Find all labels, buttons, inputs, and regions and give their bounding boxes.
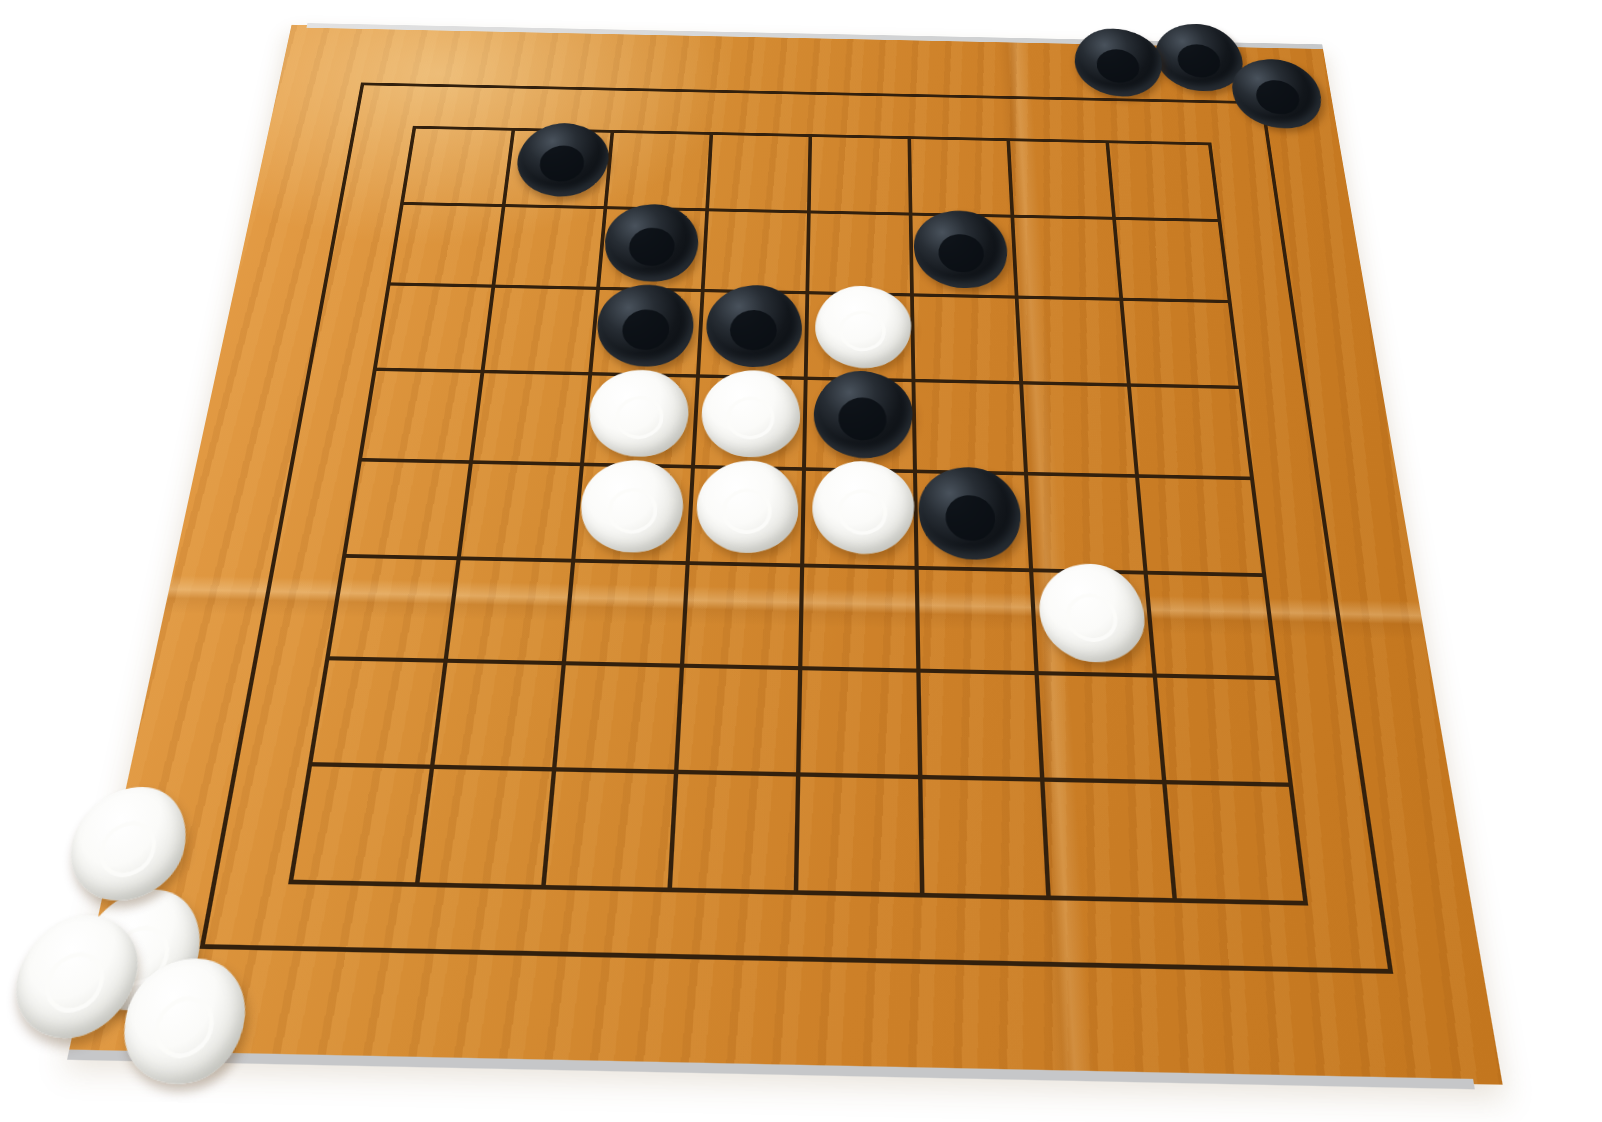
white-stone[interactable]: ○ — [588, 367, 690, 461]
board-cell-2-3[interactable] — [484, 288, 600, 376]
board-cell-4-6[interactable] — [684, 565, 804, 670]
board-cell-5-3[interactable]: ○ — [808, 294, 916, 382]
board-sheet: ●●●●●○○○●○○○●○ ●●●○○○○ — [68, 25, 1503, 1085]
board-cell-2-4[interactable] — [473, 373, 592, 466]
black-stone[interactable]: ● — [603, 202, 700, 285]
board-cell-6-4[interactable] — [915, 382, 1028, 475]
board-cell-3-3[interactable]: ● — [592, 290, 704, 378]
white-stone[interactable]: ○ — [694, 460, 799, 554]
black-stone[interactable]: ● — [909, 208, 1013, 291]
black-stone[interactable]: ● — [508, 119, 615, 202]
board-cell-8-2[interactable] — [1116, 220, 1228, 303]
board-cell-4-3[interactable]: ● — [700, 292, 809, 380]
board-cell-1-1[interactable] — [404, 129, 515, 207]
board-cell-3-5[interactable]: ○ — [575, 466, 695, 565]
board-cell-7-8[interactable] — [1045, 782, 1177, 898]
black-stone[interactable]: ● — [704, 284, 802, 368]
board-cell-7-4[interactable] — [1023, 385, 1139, 478]
board-cell-1-5[interactable] — [346, 462, 473, 561]
board-cell-5-7[interactable] — [800, 670, 922, 779]
board-cell-2-2[interactable] — [495, 207, 607, 290]
black-stone[interactable]: ● — [913, 464, 1027, 564]
board-cell-8-3[interactable] — [1123, 301, 1238, 389]
board-cell-7-7[interactable] — [1039, 675, 1167, 784]
board-cell-1-8[interactable] — [293, 766, 434, 882]
board-cell-2-7[interactable] — [434, 663, 566, 772]
board-cell-1-7[interactable] — [312, 660, 448, 769]
board-cell-7-6[interactable]: ○ — [1033, 572, 1157, 677]
board-cell-5-4[interactable]: ● — [806, 380, 917, 473]
board-cell-8-6[interactable] — [1148, 575, 1276, 681]
board-cell-8-1[interactable] — [1109, 143, 1218, 222]
board-cell-3-4[interactable]: ○ — [584, 375, 700, 468]
board-cell-2-1[interactable]: ● — [505, 131, 614, 209]
board-cell-4-7[interactable] — [678, 668, 802, 777]
board-cell-4-2[interactable] — [704, 211, 810, 294]
board-cell-4-4[interactable]: ○ — [695, 378, 808, 471]
board-cell-5-8[interactable] — [798, 777, 924, 893]
board-cell-3-8[interactable] — [546, 772, 678, 888]
board-cell-7-5[interactable] — [1028, 476, 1148, 575]
board-cell-5-6[interactable] — [802, 567, 920, 672]
board-cell-4-5[interactable]: ○ — [690, 469, 806, 568]
board-cell-6-2[interactable]: ● — [912, 216, 1018, 299]
board-cell-3-7[interactable] — [556, 665, 684, 774]
photo-canvas: ●●●●●○○○●○○○●○ ●●●○○○○ — [0, 0, 1602, 1122]
board-cell-6-8[interactable] — [922, 779, 1050, 895]
board-cell-2-8[interactable] — [420, 769, 556, 885]
board-cell-8-7[interactable] — [1157, 678, 1289, 787]
board-cell-8-8[interactable] — [1167, 784, 1303, 900]
board-cell-1-2[interactable] — [390, 205, 505, 288]
board-cell-6-3[interactable] — [914, 297, 1023, 385]
board-cell-8-5[interactable] — [1139, 478, 1262, 577]
board-cell-3-2[interactable]: ● — [600, 209, 709, 292]
white-stone[interactable]: ○ — [1036, 563, 1147, 664]
board-cell-5-2[interactable] — [809, 213, 914, 296]
black-stone[interactable]: ● — [596, 282, 696, 370]
board-cell-6-5[interactable]: ● — [917, 473, 1033, 572]
board-cell-2-6[interactable] — [447, 560, 575, 665]
board-cell-2-5[interactable] — [461, 464, 584, 563]
white-stone[interactable]: ○ — [580, 457, 685, 556]
board-cell-4-8[interactable] — [672, 774, 800, 890]
board-cell-1-3[interactable] — [376, 286, 495, 374]
board-cell-6-1[interactable] — [911, 139, 1014, 218]
board-cell-6-6[interactable] — [919, 570, 1039, 675]
board-cell-8-4[interactable] — [1131, 387, 1250, 480]
board-cell-7-1[interactable] — [1010, 141, 1116, 220]
board-cell-3-1[interactable] — [607, 133, 713, 212]
board-cell-5-5[interactable]: ○ — [804, 471, 919, 570]
board-cell-1-4[interactable] — [362, 371, 485, 464]
board-cell-7-2[interactable] — [1014, 218, 1123, 301]
board-cell-6-7[interactable] — [921, 673, 1045, 782]
white-stone-offboard[interactable]: ○ — [59, 786, 196, 902]
white-stone[interactable]: ○ — [699, 369, 800, 458]
black-stone-offboard[interactable]: ● — [1072, 24, 1163, 101]
board-cell-1-6[interactable] — [329, 558, 460, 663]
board-cell-4-1[interactable] — [709, 135, 812, 214]
sheet-bottom-edge — [67, 1050, 1475, 1090]
go-board-grid: ●●●●●○○○●○○○●○ — [288, 126, 1308, 906]
board-cell-3-6[interactable] — [566, 563, 690, 668]
board-cell-5-1[interactable] — [811, 137, 913, 216]
board-cell-7-3[interactable] — [1019, 299, 1131, 387]
